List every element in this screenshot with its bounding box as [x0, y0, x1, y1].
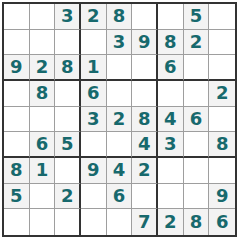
sudoku-cell-r4c7[interactable]: [158, 81, 184, 107]
sudoku-cell-r1c8[interactable]: 5: [184, 4, 210, 30]
sudoku-cell-r5c7[interactable]: 4: [158, 107, 184, 133]
sudoku-cell-r1c6[interactable]: [132, 4, 158, 30]
sudoku-cell-r3c3[interactable]: 8: [55, 55, 81, 81]
sudoku-cell-r5c8[interactable]: 6: [184, 107, 210, 133]
sudoku-cell-r1c1[interactable]: [4, 4, 30, 30]
sudoku-cell-r4c4[interactable]: 6: [81, 81, 107, 107]
sudoku-cell-r9c8[interactable]: 8: [184, 209, 210, 235]
sudoku-cell-r8c9[interactable]: 9: [209, 184, 235, 210]
sudoku-cell-r9c6[interactable]: 7: [132, 209, 158, 235]
sudoku-cell-r5c3[interactable]: [55, 107, 81, 133]
sudoku-cell-r9c1[interactable]: [4, 209, 30, 235]
sudoku-page: 328539829281686232846654388194252697286: [0, 0, 240, 240]
sudoku-cell-r3c1[interactable]: 9: [4, 55, 30, 81]
sudoku-cell-r7c9[interactable]: [209, 158, 235, 184]
sudoku-cell-r1c4[interactable]: 2: [81, 4, 107, 30]
sudoku-cell-r8c4[interactable]: [81, 184, 107, 210]
sudoku-cell-r6c3[interactable]: 5: [55, 132, 81, 158]
sudoku-cell-r3c6[interactable]: [132, 55, 158, 81]
sudoku-cell-r2c3[interactable]: [55, 30, 81, 56]
sudoku-cell-r7c8[interactable]: [184, 158, 210, 184]
sudoku-board: 328539829281686232846654388194252697286: [2, 2, 237, 237]
sudoku-cell-r8c7[interactable]: [158, 184, 184, 210]
sudoku-cell-r7c1[interactable]: 8: [4, 158, 30, 184]
sudoku-cell-r9c4[interactable]: [81, 209, 107, 235]
sudoku-cell-r9c5[interactable]: [107, 209, 133, 235]
sudoku-cell-r1c2[interactable]: [30, 4, 56, 30]
sudoku-cell-r8c1[interactable]: 5: [4, 184, 30, 210]
sudoku-cell-r7c7[interactable]: [158, 158, 184, 184]
sudoku-cell-r9c7[interactable]: 2: [158, 209, 184, 235]
sudoku-cell-r7c2[interactable]: 1: [30, 158, 56, 184]
sudoku-cell-r8c8[interactable]: [184, 184, 210, 210]
sudoku-cell-r3c5[interactable]: [107, 55, 133, 81]
sudoku-cell-r2c5[interactable]: 3: [107, 30, 133, 56]
sudoku-cell-r1c3[interactable]: 3: [55, 4, 81, 30]
sudoku-cell-r4c1[interactable]: [4, 81, 30, 107]
sudoku-cell-r6c6[interactable]: 4: [132, 132, 158, 158]
sudoku-cell-r9c9[interactable]: 6: [209, 209, 235, 235]
sudoku-cell-r6c7[interactable]: 3: [158, 132, 184, 158]
sudoku-cell-r2c2[interactable]: [30, 30, 56, 56]
sudoku-cell-r5c5[interactable]: 2: [107, 107, 133, 133]
sudoku-cell-r1c9[interactable]: [209, 4, 235, 30]
sudoku-cell-r3c7[interactable]: 6: [158, 55, 184, 81]
sudoku-cell-r9c3[interactable]: [55, 209, 81, 235]
sudoku-cell-r8c3[interactable]: 2: [55, 184, 81, 210]
sudoku-cell-r9c2[interactable]: [30, 209, 56, 235]
sudoku-cell-r7c3[interactable]: [55, 158, 81, 184]
sudoku-cell-r4c5[interactable]: [107, 81, 133, 107]
sudoku-cell-r8c6[interactable]: [132, 184, 158, 210]
sudoku-cell-r7c6[interactable]: 2: [132, 158, 158, 184]
sudoku-cell-r6c1[interactable]: [4, 132, 30, 158]
sudoku-cell-r2c4[interactable]: [81, 30, 107, 56]
sudoku-cell-r8c2[interactable]: [30, 184, 56, 210]
sudoku-cell-r5c9[interactable]: [209, 107, 235, 133]
sudoku-cell-r5c6[interactable]: 8: [132, 107, 158, 133]
sudoku-cell-r2c1[interactable]: [4, 30, 30, 56]
sudoku-cell-r6c8[interactable]: [184, 132, 210, 158]
sudoku-cell-r3c9[interactable]: [209, 55, 235, 81]
sudoku-cell-r6c4[interactable]: [81, 132, 107, 158]
sudoku-cell-r5c1[interactable]: [4, 107, 30, 133]
sudoku-cell-r2c8[interactable]: 2: [184, 30, 210, 56]
sudoku-cell-r5c4[interactable]: 3: [81, 107, 107, 133]
sudoku-cell-r6c5[interactable]: [107, 132, 133, 158]
sudoku-cell-r2c6[interactable]: 9: [132, 30, 158, 56]
sudoku-cell-r6c2[interactable]: 6: [30, 132, 56, 158]
sudoku-cell-r4c8[interactable]: [184, 81, 210, 107]
sudoku-cell-r2c7[interactable]: 8: [158, 30, 184, 56]
sudoku-cell-r4c2[interactable]: 8: [30, 81, 56, 107]
sudoku-cell-r8c5[interactable]: 6: [107, 184, 133, 210]
sudoku-cell-r2c9[interactable]: [209, 30, 235, 56]
sudoku-cell-r4c3[interactable]: [55, 81, 81, 107]
sudoku-cell-r3c4[interactable]: 1: [81, 55, 107, 81]
sudoku-cell-r6c9[interactable]: 8: [209, 132, 235, 158]
sudoku-cell-r1c7[interactable]: [158, 4, 184, 30]
sudoku-cell-r3c8[interactable]: [184, 55, 210, 81]
sudoku-cell-r3c2[interactable]: 2: [30, 55, 56, 81]
sudoku-cell-r4c9[interactable]: 2: [209, 81, 235, 107]
sudoku-cell-r5c2[interactable]: [30, 107, 56, 133]
sudoku-cell-r7c4[interactable]: 9: [81, 158, 107, 184]
sudoku-cell-r7c5[interactable]: 4: [107, 158, 133, 184]
sudoku-cell-r1c5[interactable]: 8: [107, 4, 133, 30]
sudoku-cell-r4c6[interactable]: [132, 81, 158, 107]
